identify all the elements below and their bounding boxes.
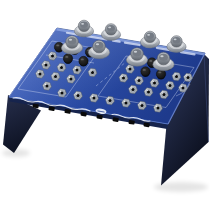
jack-glint bbox=[156, 106, 157, 107]
jack-black-cap bbox=[141, 67, 150, 76]
knob-cap-top bbox=[95, 42, 104, 49]
jack-glint bbox=[168, 83, 169, 84]
knob-glint bbox=[174, 38, 177, 40]
jack-glint bbox=[146, 90, 147, 91]
jack-glint bbox=[128, 67, 129, 68]
knob-cap-top bbox=[133, 49, 142, 56]
jack-glint bbox=[149, 60, 152, 62]
knob-cap-top bbox=[159, 54, 168, 61]
jack-black-cap bbox=[63, 54, 72, 63]
jack-glint bbox=[174, 74, 175, 75]
jack-glint bbox=[108, 98, 109, 99]
jack-glint bbox=[124, 101, 125, 102]
knob-cap-top bbox=[173, 37, 181, 43]
knob-cap-top bbox=[146, 33, 154, 39]
jack-glint bbox=[158, 72, 161, 74]
device-photo-canvas bbox=[0, 0, 210, 210]
jack-glint bbox=[186, 75, 187, 76]
jack-glint bbox=[81, 59, 84, 61]
jack-glint bbox=[90, 70, 91, 71]
knob-glint bbox=[96, 43, 99, 45]
product-photo: Product photo: blue anodized aluminum sy… bbox=[0, 0, 210, 210]
knob-glint bbox=[81, 23, 84, 25]
jack-glint bbox=[50, 54, 51, 55]
drop-shadow bbox=[2, 149, 30, 157]
knob-glint bbox=[108, 26, 111, 28]
knob-cap-top bbox=[80, 22, 88, 28]
jack-black-cap bbox=[79, 56, 88, 65]
jack-glint bbox=[38, 72, 39, 73]
jack-glint bbox=[131, 87, 132, 88]
jack-glint bbox=[162, 92, 163, 93]
knob-glint bbox=[147, 34, 150, 36]
jack-glint bbox=[152, 81, 153, 82]
jack-glint bbox=[92, 96, 93, 97]
jack-glint bbox=[181, 86, 182, 87]
knob-cap-top bbox=[68, 37, 77, 44]
jack-glint bbox=[75, 68, 76, 69]
jack-glint bbox=[53, 74, 54, 75]
jack-glint bbox=[76, 93, 77, 94]
knob-glint bbox=[160, 55, 163, 57]
jack-glint bbox=[59, 65, 60, 66]
jack-glint bbox=[45, 84, 46, 85]
jack-glint bbox=[56, 45, 59, 47]
jack-glint bbox=[137, 78, 138, 79]
knob-cap-top bbox=[107, 25, 115, 31]
jack-glint bbox=[60, 91, 61, 92]
jack-glint bbox=[65, 56, 68, 58]
jack-glint bbox=[44, 63, 45, 64]
knob-glint bbox=[69, 39, 72, 41]
jack-glint bbox=[69, 77, 70, 78]
knob-glint bbox=[134, 51, 137, 53]
jack-glint bbox=[121, 76, 122, 77]
jack-glint bbox=[140, 103, 141, 104]
jack-glint bbox=[143, 69, 146, 71]
